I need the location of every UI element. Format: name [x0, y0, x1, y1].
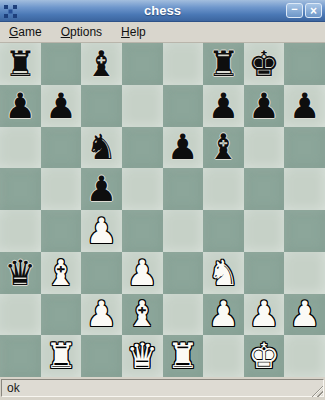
piece-black-pawn[interactable]: ♟: [289, 86, 320, 126]
title-bar[interactable]: chess − ×: [0, 0, 325, 22]
square-a8[interactable]: ♜: [0, 43, 41, 85]
square-b4[interactable]: [41, 210, 82, 252]
square-c8[interactable]: ♝: [81, 43, 122, 85]
square-g5[interactable]: [244, 168, 285, 210]
piece-black-queen[interactable]: ♛: [5, 253, 36, 293]
square-f6[interactable]: ♝: [203, 127, 244, 169]
square-b6[interactable]: [41, 127, 82, 169]
menu-bar: Game Options Help: [0, 22, 325, 43]
square-g3[interactable]: [244, 252, 285, 294]
chess-window: chess − × Game Options Help ♜♝♜♚♟♟♟♟♟♞♟♝…: [0, 0, 325, 400]
piece-black-pawn[interactable]: ♟: [208, 86, 239, 126]
square-f1[interactable]: [203, 335, 244, 377]
square-b5[interactable]: [41, 168, 82, 210]
square-c7[interactable]: [81, 85, 122, 127]
square-f2[interactable]: ♟: [203, 294, 244, 336]
status-bar: ok: [0, 377, 325, 400]
square-e4[interactable]: [163, 210, 204, 252]
square-g1[interactable]: ♚: [244, 335, 285, 377]
piece-white-rook[interactable]: ♜: [167, 336, 198, 376]
square-d2[interactable]: ♝: [122, 294, 163, 336]
square-d3[interactable]: ♟: [122, 252, 163, 294]
square-a1[interactable]: [0, 335, 41, 377]
menu-item-game[interactable]: Game: [3, 23, 48, 41]
window-controls: − ×: [284, 3, 322, 18]
square-g8[interactable]: ♚: [244, 43, 285, 85]
square-a5[interactable]: [0, 168, 41, 210]
square-d6[interactable]: [122, 127, 163, 169]
square-h7[interactable]: ♟: [284, 85, 325, 127]
square-c1[interactable]: [81, 335, 122, 377]
square-a7[interactable]: ♟: [0, 85, 41, 127]
square-f5[interactable]: [203, 168, 244, 210]
square-d8[interactable]: [122, 43, 163, 85]
piece-white-pawn[interactable]: ♟: [289, 294, 320, 334]
square-d5[interactable]: [122, 168, 163, 210]
piece-white-pawn[interactable]: ♟: [86, 211, 117, 251]
square-a6[interactable]: [0, 127, 41, 169]
piece-white-king[interactable]: ♚: [248, 336, 279, 376]
square-c6[interactable]: ♞: [81, 127, 122, 169]
piece-white-bishop[interactable]: ♝: [45, 253, 76, 293]
square-h6[interactable]: [284, 127, 325, 169]
square-e5[interactable]: [163, 168, 204, 210]
menu-item-options[interactable]: Options: [55, 23, 108, 41]
minimize-icon: −: [291, 4, 297, 15]
square-d7[interactable]: [122, 85, 163, 127]
piece-black-rook[interactable]: ♜: [208, 44, 239, 84]
piece-black-knight[interactable]: ♞: [86, 127, 117, 167]
square-e1[interactable]: ♜: [163, 335, 204, 377]
square-a4[interactable]: [0, 210, 41, 252]
piece-black-pawn[interactable]: ♟: [167, 127, 198, 167]
piece-white-pawn[interactable]: ♟: [86, 294, 117, 334]
piece-white-pawn[interactable]: ♟: [208, 294, 239, 334]
square-f4[interactable]: [203, 210, 244, 252]
minimize-button[interactable]: −: [286, 3, 303, 18]
square-c4[interactable]: ♟: [81, 210, 122, 252]
piece-black-pawn[interactable]: ♟: [45, 86, 76, 126]
square-f3[interactable]: ♞: [203, 252, 244, 294]
square-f8[interactable]: ♜: [203, 43, 244, 85]
piece-black-pawn[interactable]: ♟: [86, 169, 117, 209]
square-g2[interactable]: ♟: [244, 294, 285, 336]
square-e6[interactable]: ♟: [163, 127, 204, 169]
piece-black-pawn[interactable]: ♟: [5, 86, 36, 126]
window-icon[interactable]: [4, 4, 17, 17]
status-message-field: ok: [1, 379, 324, 397]
piece-white-rook[interactable]: ♜: [45, 336, 76, 376]
square-e8[interactable]: [163, 43, 204, 85]
square-f7[interactable]: ♟: [203, 85, 244, 127]
square-b3[interactable]: ♝: [41, 252, 82, 294]
square-h2[interactable]: ♟: [284, 294, 325, 336]
square-c3[interactable]: [81, 252, 122, 294]
chess-board: ♜♝♜♚♟♟♟♟♟♞♟♝♟♟♛♝♟♞♟♝♟♟♟♜♛♜♚: [0, 43, 325, 377]
square-b1[interactable]: ♜: [41, 335, 82, 377]
piece-white-knight[interactable]: ♞: [208, 253, 239, 293]
square-h4[interactable]: [284, 210, 325, 252]
menu-item-help[interactable]: Help: [115, 23, 152, 41]
square-b8[interactable]: [41, 43, 82, 85]
status-text: ok: [7, 381, 20, 395]
square-b2[interactable]: [41, 294, 82, 336]
piece-black-bishop[interactable]: ♝: [208, 127, 239, 167]
square-h3[interactable]: [284, 252, 325, 294]
piece-black-rook[interactable]: ♜: [5, 44, 36, 84]
square-d4[interactable]: [122, 210, 163, 252]
square-e2[interactable]: [163, 294, 204, 336]
window-title: chess: [0, 3, 325, 18]
close-button[interactable]: ×: [305, 3, 322, 18]
square-a2[interactable]: [0, 294, 41, 336]
piece-black-pawn[interactable]: ♟: [248, 86, 279, 126]
square-h1[interactable]: [284, 335, 325, 377]
square-h8[interactable]: [284, 43, 325, 85]
piece-white-pawn[interactable]: ♟: [248, 294, 279, 334]
square-a3[interactable]: ♛: [0, 252, 41, 294]
piece-white-queen[interactable]: ♛: [126, 336, 157, 376]
piece-black-king[interactable]: ♚: [248, 44, 279, 84]
close-icon: ×: [310, 5, 317, 17]
piece-white-bishop[interactable]: ♝: [126, 294, 157, 334]
square-g6[interactable]: [244, 127, 285, 169]
piece-black-bishop[interactable]: ♝: [86, 44, 117, 84]
square-e7[interactable]: [163, 85, 204, 127]
square-e3[interactable]: [163, 252, 204, 294]
piece-white-pawn[interactable]: ♟: [126, 253, 157, 293]
square-h5[interactable]: [284, 168, 325, 210]
square-c5[interactable]: ♟: [81, 168, 122, 210]
square-c2[interactable]: ♟: [81, 294, 122, 336]
square-d1[interactable]: ♛: [122, 335, 163, 377]
square-b7[interactable]: ♟: [41, 85, 82, 127]
square-g4[interactable]: [244, 210, 285, 252]
square-g7[interactable]: ♟: [244, 85, 285, 127]
